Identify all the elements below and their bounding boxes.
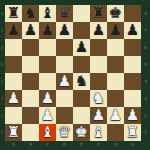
square-h8[interactable] [124,5,141,22]
square-c1[interactable]: ♝ [39,124,56,141]
square-b7[interactable]: ♟ [22,22,39,39]
square-a5[interactable] [5,56,22,73]
square-h1[interactable]: ♜ [124,124,141,141]
square-g8[interactable]: ♚ [107,5,124,22]
square-b8[interactable]: ♞ [22,5,39,22]
square-c3[interactable]: ♟ [39,90,56,107]
white-bishop-piece: ♝ [90,124,107,141]
square-e5[interactable] [73,56,90,73]
black-knight-piece: ♞ [73,73,90,90]
square-d3[interactable] [56,90,73,107]
file-label-e: E [73,141,90,150]
square-b5[interactable] [22,56,39,73]
square-a7[interactable]: ♟ [5,22,22,39]
square-d7[interactable]: ♟ [56,22,73,39]
square-c2[interactable]: ♟ [39,107,56,124]
white-queen-piece: ♛ [56,124,73,141]
square-h7[interactable]: ♟ [124,22,141,39]
black-pawn-piece: ♟ [73,39,90,56]
square-d4[interactable]: ♟ [56,73,73,90]
square-f6[interactable] [90,39,107,56]
black-pawn-piece: ♟ [5,22,22,39]
black-pawn-piece: ♟ [107,22,124,39]
square-h6[interactable] [124,39,141,56]
white-bishop-piece: ♝ [39,124,56,141]
square-f7[interactable]: ♟ [90,22,107,39]
square-e6[interactable]: ♟ [73,39,90,56]
file-label-a: A [5,141,22,150]
square-e3[interactable] [73,90,90,107]
rank-label-left-6: 6 [0,39,4,56]
square-d8[interactable]: ♛ [56,5,73,22]
square-h2[interactable]: ♟ [124,107,141,124]
square-f1[interactable]: ♝ [90,124,107,141]
rank-label-left-2: 2 [0,107,4,124]
chess-board: ♜♞♝♛♜♚♟♟♟♟♟♟♟♟♟♞♟♟♞♟♟♟♟♜♝♛♚♝♜ [5,5,141,141]
rank-label-right-5: 5 [141,56,150,73]
square-e1[interactable]: ♚ [73,124,90,141]
square-b1[interactable] [22,124,39,141]
square-e8[interactable] [73,5,90,22]
rank-label-right-4: 4 [141,73,150,90]
square-h4[interactable] [124,73,141,90]
rank-label-right-6: 6 [141,39,150,56]
square-a8[interactable]: ♜ [5,5,22,22]
white-pawn-piece: ♟ [107,107,124,124]
square-f5[interactable] [90,56,107,73]
square-d1[interactable]: ♛ [56,124,73,141]
white-rook-piece: ♜ [5,124,22,141]
square-f2[interactable]: ♟ [90,107,107,124]
rank-label-left-5: 5 [0,56,4,73]
square-d6[interactable] [56,39,73,56]
black-pawn-piece: ♟ [90,22,107,39]
square-g6[interactable] [107,39,124,56]
black-pawn-piece: ♟ [124,22,141,39]
rank-label-left-4: 4 [0,73,4,90]
file-label-h: H [124,141,141,150]
square-b3[interactable] [22,90,39,107]
square-b4[interactable] [22,73,39,90]
black-queen-piece: ♛ [56,5,73,22]
file-label-f: F [90,141,107,150]
rank-label-left-7: 7 [0,22,4,39]
square-e7[interactable] [73,22,90,39]
black-king-piece: ♚ [107,5,124,22]
black-bishop-piece: ♝ [39,5,56,22]
square-e4[interactable]: ♞ [73,73,90,90]
rank-label-left-1: 1 [0,124,4,141]
square-c8[interactable]: ♝ [39,5,56,22]
rank-label-left-8: 8 [0,5,4,22]
black-pawn-piece: ♟ [56,22,73,39]
black-pawn-piece: ♟ [39,22,56,39]
white-pawn-piece: ♟ [39,107,56,124]
white-pawn-piece: ♟ [39,90,56,107]
square-f8[interactable]: ♜ [90,5,107,22]
rank-label-left-3: 3 [0,90,4,107]
square-g2[interactable]: ♟ [107,107,124,124]
square-a2[interactable] [5,107,22,124]
chess-app-window: ♜♞♝♛♜♚♟♟♟♟♟♟♟♟♟♞♟♟♞♟♟♟♟♜♝♛♚♝♜ ABCDEFGH 8… [0,0,150,150]
square-g1[interactable] [107,124,124,141]
square-b2[interactable] [22,107,39,124]
square-g3[interactable] [107,90,124,107]
black-pawn-piece: ♟ [22,22,39,39]
square-h5[interactable] [124,56,141,73]
square-a4[interactable] [5,73,22,90]
square-g7[interactable]: ♟ [107,22,124,39]
white-king-piece: ♚ [73,124,90,141]
black-knight-piece: ♞ [22,5,39,22]
white-pawn-piece: ♟ [5,90,22,107]
square-c4[interactable] [39,73,56,90]
white-rook-piece: ♜ [124,124,141,141]
file-label-b: B [22,141,39,150]
file-label-d: D [56,141,73,150]
file-label-g: G [107,141,124,150]
square-d5[interactable] [56,56,73,73]
square-d2[interactable] [56,107,73,124]
square-e2[interactable] [73,107,90,124]
rank-label-right-1: 1 [141,124,150,141]
black-rook-piece: ♜ [90,5,107,22]
square-c6[interactable] [39,39,56,56]
rank-label-right-3: 3 [141,90,150,107]
rank-label-right-2: 2 [141,107,150,124]
square-c7[interactable]: ♟ [39,22,56,39]
square-h3[interactable] [124,90,141,107]
square-a6[interactable] [5,39,22,56]
square-a1[interactable]: ♜ [5,124,22,141]
square-b6[interactable] [22,39,39,56]
square-a3[interactable]: ♟ [5,90,22,107]
square-g4[interactable] [107,73,124,90]
white-pawn-piece: ♟ [56,73,73,90]
square-f3[interactable]: ♞ [90,90,107,107]
white-pawn-piece: ♟ [90,107,107,124]
square-f4[interactable] [90,73,107,90]
white-pawn-piece: ♟ [124,107,141,124]
white-knight-piece: ♞ [90,90,107,107]
square-g5[interactable] [107,56,124,73]
black-rook-piece: ♜ [5,5,22,22]
file-label-c: C [39,141,56,150]
rank-label-right-7: 7 [141,22,150,39]
rank-label-right-8: 8 [141,5,150,22]
square-c5[interactable] [39,56,56,73]
